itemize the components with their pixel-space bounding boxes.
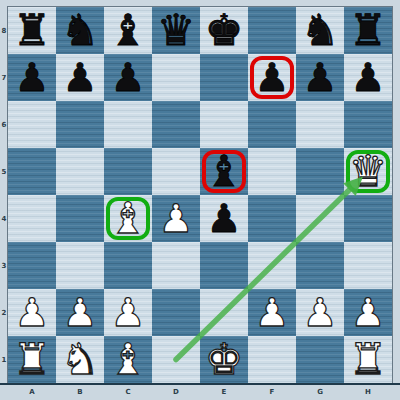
square-d6[interactable]	[152, 101, 200, 148]
rank-label-8: 8	[0, 7, 8, 54]
piece-white-pawn-d4[interactable]: ♟	[159, 199, 194, 238]
piece-white-pawn-c2[interactable]: ♟	[111, 293, 146, 332]
square-d7[interactable]	[152, 54, 200, 101]
square-e6[interactable]	[200, 101, 248, 148]
piece-black-bishop-c8[interactable]: ♝	[109, 9, 148, 52]
piece-white-bishop-c4[interactable]: ♝	[109, 197, 148, 240]
square-d5[interactable]	[152, 148, 200, 195]
square-b3[interactable]	[56, 242, 104, 289]
chess-board: ♜♞♝♛♚♞♜♟♟♟♟♟♟♝♛♝♟♟♟♟♟♟♟♟♜♞♝♚♜	[8, 7, 392, 383]
square-b8[interactable]: ♞	[56, 7, 104, 54]
piece-black-king-e8[interactable]: ♚	[205, 9, 244, 52]
piece-black-pawn-a7[interactable]: ♟	[15, 58, 50, 97]
square-d3[interactable]	[152, 242, 200, 289]
piece-white-bishop-c1[interactable]: ♝	[109, 338, 148, 381]
square-f2[interactable]: ♟	[248, 289, 296, 336]
square-g5[interactable]	[296, 148, 344, 195]
square-h5[interactable]: ♛	[344, 148, 392, 195]
square-g4[interactable]	[296, 195, 344, 242]
square-a8[interactable]: ♜	[8, 7, 56, 54]
square-d2[interactable]	[152, 289, 200, 336]
rank-label-4: 4	[0, 195, 8, 242]
square-a3[interactable]	[8, 242, 56, 289]
square-f1[interactable]	[248, 336, 296, 383]
rank-label-5: 5	[0, 148, 8, 195]
piece-black-rook-a8[interactable]: ♜	[13, 9, 52, 52]
rank-label-7: 7	[0, 54, 8, 101]
file-label-g: G	[296, 385, 344, 399]
chess-board-app: ♜♞♝♛♚♞♜♟♟♟♟♟♟♝♛♝♟♟♟♟♟♟♟♟♜♞♝♚♜ 87654321 A…	[0, 0, 400, 400]
square-f3[interactable]	[248, 242, 296, 289]
file-label-e: E	[200, 385, 248, 399]
file-label-f: F	[248, 385, 296, 399]
square-f7[interactable]: ♟	[248, 54, 296, 101]
square-e8[interactable]: ♚	[200, 7, 248, 54]
square-f5[interactable]	[248, 148, 296, 195]
square-b2[interactable]: ♟	[56, 289, 104, 336]
square-h2[interactable]: ♟	[344, 289, 392, 336]
rank-label-1: 1	[0, 336, 8, 383]
square-a7[interactable]: ♟	[8, 54, 56, 101]
square-g8[interactable]: ♞	[296, 7, 344, 54]
piece-white-pawn-h2[interactable]: ♟	[351, 293, 386, 332]
square-e4[interactable]: ♟	[200, 195, 248, 242]
piece-black-knight-b8[interactable]: ♞	[61, 9, 100, 52]
piece-white-rook-h1[interactable]: ♜	[349, 338, 388, 381]
piece-black-queen-d8[interactable]: ♛	[157, 9, 196, 52]
square-d4[interactable]: ♟	[152, 195, 200, 242]
rank-label-3: 3	[0, 242, 8, 289]
file-label-b: B	[56, 385, 104, 399]
square-h1[interactable]: ♜	[344, 336, 392, 383]
square-h3[interactable]	[344, 242, 392, 289]
piece-white-pawn-g2[interactable]: ♟	[303, 293, 338, 332]
square-g6[interactable]	[296, 101, 344, 148]
piece-white-pawn-b2[interactable]: ♟	[63, 293, 98, 332]
square-b4[interactable]	[56, 195, 104, 242]
square-h6[interactable]	[344, 101, 392, 148]
piece-black-pawn-b7[interactable]: ♟	[63, 58, 98, 97]
file-label-d: D	[152, 385, 200, 399]
piece-black-rook-h8[interactable]: ♜	[349, 9, 388, 52]
square-a2[interactable]: ♟	[8, 289, 56, 336]
square-e5[interactable]: ♝	[200, 148, 248, 195]
rank-label-6: 6	[0, 101, 8, 148]
file-label-c: C	[104, 385, 152, 399]
square-a5[interactable]	[8, 148, 56, 195]
square-e7[interactable]	[200, 54, 248, 101]
square-c5[interactable]	[104, 148, 152, 195]
square-a1[interactable]: ♜	[8, 336, 56, 383]
piece-white-queen-h5[interactable]: ♛	[349, 150, 388, 193]
piece-black-bishop-e5[interactable]: ♝	[205, 150, 244, 193]
square-b1[interactable]: ♞	[56, 336, 104, 383]
piece-black-pawn-e4[interactable]: ♟	[207, 199, 242, 238]
square-e1[interactable]: ♚	[200, 336, 248, 383]
square-e3[interactable]	[200, 242, 248, 289]
square-a6[interactable]	[8, 101, 56, 148]
piece-black-pawn-g7[interactable]: ♟	[303, 58, 338, 97]
square-f6[interactable]	[248, 101, 296, 148]
square-h8[interactable]: ♜	[344, 7, 392, 54]
piece-black-pawn-f7[interactable]: ♟	[255, 58, 290, 97]
square-h4[interactable]	[344, 195, 392, 242]
square-c2[interactable]: ♟	[104, 289, 152, 336]
square-c4[interactable]: ♝	[104, 195, 152, 242]
file-label-a: A	[8, 385, 56, 399]
square-c1[interactable]: ♝	[104, 336, 152, 383]
square-c6[interactable]	[104, 101, 152, 148]
piece-black-pawn-h7[interactable]: ♟	[351, 58, 386, 97]
piece-white-rook-a1[interactable]: ♜	[13, 338, 52, 381]
square-c3[interactable]	[104, 242, 152, 289]
square-b6[interactable]	[56, 101, 104, 148]
square-b5[interactable]	[56, 148, 104, 195]
piece-white-pawn-f2[interactable]: ♟	[255, 293, 290, 332]
square-a4[interactable]	[8, 195, 56, 242]
square-f4[interactable]	[248, 195, 296, 242]
square-g7[interactable]: ♟	[296, 54, 344, 101]
rank-label-2: 2	[0, 289, 8, 336]
piece-black-pawn-c7[interactable]: ♟	[111, 58, 146, 97]
file-label-h: H	[344, 385, 392, 399]
piece-black-knight-g8[interactable]: ♞	[301, 9, 340, 52]
square-d8[interactable]: ♛	[152, 7, 200, 54]
square-b7[interactable]: ♟	[56, 54, 104, 101]
piece-white-king-e1[interactable]: ♚	[205, 338, 244, 381]
square-g2[interactable]: ♟	[296, 289, 344, 336]
square-d1[interactable]	[152, 336, 200, 383]
square-c7[interactable]: ♟	[104, 54, 152, 101]
square-g3[interactable]	[296, 242, 344, 289]
square-c8[interactable]: ♝	[104, 7, 152, 54]
piece-white-pawn-a2[interactable]: ♟	[15, 293, 50, 332]
square-h7[interactable]: ♟	[344, 54, 392, 101]
square-f8[interactable]	[248, 7, 296, 54]
square-e2[interactable]	[200, 289, 248, 336]
square-g1[interactable]	[296, 336, 344, 383]
piece-white-knight-b1[interactable]: ♞	[61, 338, 100, 381]
